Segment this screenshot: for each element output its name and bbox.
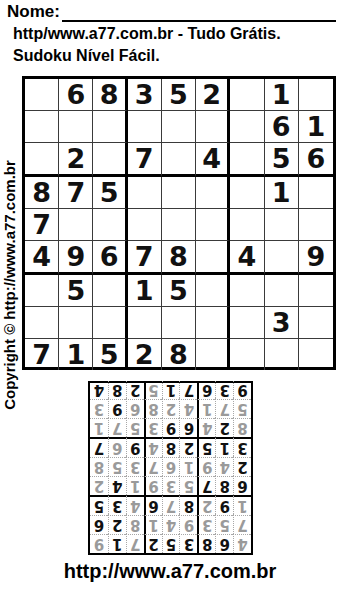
puzzle-cell-r2c5[interactable] xyxy=(162,111,196,143)
solution-cell-r3c4: 8 xyxy=(179,495,197,515)
solution-cell-r4c6: 9 xyxy=(144,476,162,495)
puzzle-cell-r3c9[interactable]: 6 xyxy=(299,143,333,177)
puzzle-cell-r5c7[interactable] xyxy=(230,209,264,241)
solution-cell-r8c4: 4 xyxy=(179,399,197,418)
solution-cell-r6c1: 3 xyxy=(233,437,251,457)
puzzle-cell-r5c6[interactable] xyxy=(196,209,230,241)
solution-cell-r5c9: 8 xyxy=(90,457,108,476)
puzzle-cell-r5c8[interactable] xyxy=(265,209,299,241)
puzzle-cell-r1c7[interactable] xyxy=(230,79,264,111)
footer-url: http://www.a77.com.br xyxy=(0,560,340,583)
puzzle-cell-r7c2[interactable]: 5 xyxy=(59,275,93,307)
puzzle-cell-r4c9[interactable] xyxy=(299,177,333,209)
solution-cell-r1c9: 9 xyxy=(90,534,108,553)
solution-grid-upside-down: 4683527197539418261928764356875391422491… xyxy=(88,381,253,555)
puzzle-cell-r6c3[interactable]: 6 xyxy=(93,241,127,275)
solution-cell-r3c8: 3 xyxy=(108,495,126,515)
puzzle-cell-r1c3[interactable]: 8 xyxy=(93,79,127,111)
solution-cell-r2c9: 6 xyxy=(90,515,108,534)
solution-cell-r4c7: 1 xyxy=(126,476,144,495)
solution-cell-r6c3: 5 xyxy=(197,437,215,457)
solution-cell-r6c6: 4 xyxy=(144,437,162,457)
solution-cell-r8c1: 5 xyxy=(233,399,251,418)
puzzle-cell-r3c4[interactable]: 7 xyxy=(128,143,162,177)
solution-cell-r9c2: 3 xyxy=(215,381,233,399)
solution-cell-r2c3: 3 xyxy=(197,515,215,534)
puzzle-cell-r4c7[interactable] xyxy=(230,177,264,209)
puzzle-cell-r3c2[interactable]: 2 xyxy=(59,143,93,177)
solution-cell-r6c7: 9 xyxy=(126,437,144,457)
puzzle-cell-r3c7[interactable] xyxy=(230,143,264,177)
puzzle-cell-r7c1[interactable] xyxy=(25,275,59,307)
solution-cell-r5c5: 6 xyxy=(162,457,180,476)
puzzle-cell-r4c1[interactable]: 8 xyxy=(25,177,59,209)
solution-cell-r7c7: 5 xyxy=(126,418,144,437)
puzzle-cell-r8c4[interactable] xyxy=(128,307,162,339)
solution-cell-r2c5: 4 xyxy=(162,515,180,534)
name-row: Nome: xyxy=(7,2,336,22)
puzzle-cell-r4c2[interactable]: 7 xyxy=(59,177,93,209)
solution-cell-r8c7: 6 xyxy=(126,399,144,418)
puzzle-cell-r6c9[interactable]: 9 xyxy=(299,241,333,275)
solution-cell-r7c3: 4 xyxy=(197,418,215,437)
solution-cell-r8c9: 3 xyxy=(90,399,108,418)
solution-cell-r7c6: 3 xyxy=(144,418,162,437)
puzzle-cell-r9c8[interactable] xyxy=(265,339,299,370)
solution-cell-r4c2: 8 xyxy=(215,476,233,495)
puzzle-cell-r2c2[interactable] xyxy=(59,111,93,143)
solution-cell-r1c3: 8 xyxy=(197,534,215,553)
puzzle-cell-r9c1[interactable]: 7 xyxy=(25,339,59,370)
puzzle-cell-r9c2[interactable]: 1 xyxy=(59,339,93,370)
puzzle-cell-r7c9[interactable] xyxy=(299,275,333,307)
solution-cell-r2c7: 8 xyxy=(126,515,144,534)
solution-cell-r4c1: 6 xyxy=(233,476,251,495)
solution-cell-r3c1: 1 xyxy=(233,495,251,515)
solution-cell-r4c9: 2 xyxy=(90,476,108,495)
solution-cell-r6c4: 2 xyxy=(179,437,197,457)
puzzle-cell-r4c6[interactable] xyxy=(196,177,230,209)
solution-cell-r7c1: 8 xyxy=(233,418,251,437)
solution-cell-r9c7: 2 xyxy=(126,381,144,399)
puzzle-cell-r1c1[interactable] xyxy=(25,79,59,111)
puzzle-cell-r8c7[interactable] xyxy=(230,307,264,339)
solution-cell-r1c1: 4 xyxy=(233,534,251,553)
puzzle-cell-r9c4[interactable]: 2 xyxy=(128,339,162,370)
solution-cell-r9c9: 4 xyxy=(90,381,108,399)
puzzle-cell-r2c9[interactable]: 1 xyxy=(299,111,333,143)
puzzle-grid: 6835216127456875174967849515371528 xyxy=(22,76,336,370)
puzzle-cell-r1c9[interactable] xyxy=(299,79,333,111)
puzzle-cell-r1c8[interactable]: 1 xyxy=(265,79,299,111)
solution-cell-r6c9: 7 xyxy=(90,437,108,457)
solution-cell-r2c4: 9 xyxy=(179,515,197,534)
site-tagline: http/www.a77.com.br - Tudo Grátis. xyxy=(13,25,281,43)
solution-cell-r1c8: 1 xyxy=(108,534,126,553)
solution-cell-r2c6: 1 xyxy=(144,515,162,534)
solution-cell-r3c9: 5 xyxy=(90,495,108,515)
solution-cell-r1c4: 3 xyxy=(179,534,197,553)
puzzle-cell-r7c6[interactable] xyxy=(196,275,230,307)
solution-cell-r5c7: 3 xyxy=(126,457,144,476)
puzzle-cell-r9c5[interactable]: 8 xyxy=(162,339,196,370)
solution-cell-r4c8: 4 xyxy=(108,476,126,495)
puzzle-cell-r6c6[interactable] xyxy=(196,241,230,275)
solution-cell-r9c8: 8 xyxy=(108,381,126,399)
puzzle-cell-r6c7[interactable]: 4 xyxy=(230,241,264,275)
solution-cell-r4c5: 3 xyxy=(162,476,180,495)
puzzle-cell-r4c5[interactable] xyxy=(162,177,196,209)
solution-cell-r9c4: 7 xyxy=(179,381,197,399)
puzzle-cell-r7c3[interactable] xyxy=(93,275,127,307)
puzzle-cell-r8c2[interactable] xyxy=(59,307,93,339)
puzzle-cell-r5c9[interactable] xyxy=(299,209,333,241)
solution-cell-r5c1: 2 xyxy=(233,457,251,476)
solution-cell-r1c6: 2 xyxy=(144,534,162,553)
puzzle-cell-r9c6[interactable] xyxy=(196,339,230,370)
solution-cell-r5c8: 5 xyxy=(108,457,126,476)
puzzle-cell-r6c4[interactable]: 7 xyxy=(128,241,162,275)
solution-cell-r4c4: 5 xyxy=(179,476,197,495)
puzzle-cell-r5c1[interactable]: 7 xyxy=(25,209,59,241)
solution-cell-r7c5: 9 xyxy=(162,418,180,437)
puzzle-cell-r9c7[interactable] xyxy=(230,339,264,370)
puzzle-cell-r8c6[interactable] xyxy=(196,307,230,339)
solution-cell-r9c1: 9 xyxy=(233,381,251,399)
solution-cell-r6c8: 6 xyxy=(108,437,126,457)
solution-cell-r7c8: 7 xyxy=(108,418,126,437)
solution-cell-r3c6: 6 xyxy=(144,495,162,515)
solution-cell-r8c6: 8 xyxy=(144,399,162,418)
solution-cell-r7c9: 1 xyxy=(90,418,108,437)
puzzle-cell-r8c3[interactable] xyxy=(93,307,127,339)
solution-cell-r8c2: 7 xyxy=(215,399,233,418)
puzzle-cell-r7c8[interactable] xyxy=(265,275,299,307)
solution-cell-r5c3: 9 xyxy=(197,457,215,476)
solution-cell-r2c8: 2 xyxy=(108,515,126,534)
puzzle-cell-r3c6[interactable]: 4 xyxy=(196,143,230,177)
puzzle-cell-r5c5[interactable] xyxy=(162,209,196,241)
solution-cell-r5c4: 1 xyxy=(179,457,197,476)
puzzle-cell-r4c3[interactable]: 5 xyxy=(93,177,127,209)
puzzle-cell-r1c6[interactable]: 2 xyxy=(196,79,230,111)
puzzle-cell-r9c9[interactable] xyxy=(299,339,333,370)
solution-cell-r3c2: 9 xyxy=(215,495,233,515)
solution-cell-r9c5: 1 xyxy=(162,381,180,399)
sudoku-sheet: Nome: http/www.a77.com.br - Tudo Grátis.… xyxy=(0,0,340,596)
puzzle-cell-r8c1[interactable] xyxy=(25,307,59,339)
solution-cell-r7c2: 2 xyxy=(215,418,233,437)
puzzle-cell-r6c8[interactable] xyxy=(265,241,299,275)
puzzle-title: Sudoku Nível Fácil. xyxy=(13,47,160,65)
puzzle-cell-r2c3[interactable] xyxy=(93,111,127,143)
puzzle-cell-r1c4[interactable]: 3 xyxy=(128,79,162,111)
puzzle-cell-r9c3[interactable]: 5 xyxy=(93,339,127,370)
puzzle-cell-r8c9[interactable] xyxy=(299,307,333,339)
puzzle-cell-r7c7[interactable] xyxy=(230,275,264,307)
puzzle-cell-r8c8[interactable]: 3 xyxy=(265,307,299,339)
puzzle-cell-r6c5[interactable]: 8 xyxy=(162,241,196,275)
solution-cell-r1c5: 5 xyxy=(162,534,180,553)
puzzle-cell-r5c3[interactable] xyxy=(93,209,127,241)
solution-cell-r8c8: 9 xyxy=(108,399,126,418)
name-label: Nome: xyxy=(7,2,60,22)
solution-cell-r6c5: 8 xyxy=(162,437,180,457)
solution-cell-r3c7: 4 xyxy=(126,495,144,515)
solution-cell-r5c6: 7 xyxy=(144,457,162,476)
puzzle-cell-r2c6[interactable] xyxy=(196,111,230,143)
solution-cell-r8c5: 2 xyxy=(162,399,180,418)
solution-cell-r4c3: 7 xyxy=(197,476,215,495)
solution-cell-r8c3: 1 xyxy=(197,399,215,418)
copyright-text: Copyright © http://www.a77.com.br xyxy=(1,105,21,465)
puzzle-cell-r3c5[interactable] xyxy=(162,143,196,177)
puzzle-cell-r3c3[interactable] xyxy=(93,143,127,177)
puzzle-cell-r7c4[interactable]: 1 xyxy=(128,275,162,307)
puzzle-cell-r2c1[interactable] xyxy=(25,111,59,143)
solution-cell-r5c2: 4 xyxy=(215,457,233,476)
puzzle-cell-r7c5[interactable]: 5 xyxy=(162,275,196,307)
puzzle-cell-r3c8[interactable]: 5 xyxy=(265,143,299,177)
puzzle-cell-r2c4[interactable] xyxy=(128,111,162,143)
puzzle-cell-r5c4[interactable] xyxy=(128,209,162,241)
name-blank-line[interactable] xyxy=(62,3,336,22)
puzzle-cell-r4c4[interactable] xyxy=(128,177,162,209)
puzzle-cell-r5c2[interactable] xyxy=(59,209,93,241)
solution-cell-r9c6: 5 xyxy=(144,381,162,399)
puzzle-cell-r2c7[interactable] xyxy=(230,111,264,143)
solution-cell-r1c2: 6 xyxy=(215,534,233,553)
puzzle-cell-r6c1[interactable]: 4 xyxy=(25,241,59,275)
solution-cell-r3c3: 2 xyxy=(197,495,215,515)
puzzle-cell-r3c1[interactable] xyxy=(25,143,59,177)
puzzle-cell-r2c8[interactable]: 6 xyxy=(265,111,299,143)
puzzle-cell-r6c2[interactable]: 9 xyxy=(59,241,93,275)
solution-cell-r2c1: 7 xyxy=(233,515,251,534)
solution-cell-r7c4: 6 xyxy=(179,418,197,437)
solution-cell-r3c5: 7 xyxy=(162,495,180,515)
puzzle-cell-r4c8[interactable]: 1 xyxy=(265,177,299,209)
solution-cell-r2c2: 5 xyxy=(215,515,233,534)
puzzle-cell-r1c2[interactable]: 6 xyxy=(59,79,93,111)
solution-cell-r6c2: 1 xyxy=(215,437,233,457)
solution-cell-r1c7: 7 xyxy=(126,534,144,553)
solution-cell-r9c3: 6 xyxy=(197,381,215,399)
puzzle-cell-r8c5[interactable] xyxy=(162,307,196,339)
puzzle-cell-r1c5[interactable]: 5 xyxy=(162,79,196,111)
